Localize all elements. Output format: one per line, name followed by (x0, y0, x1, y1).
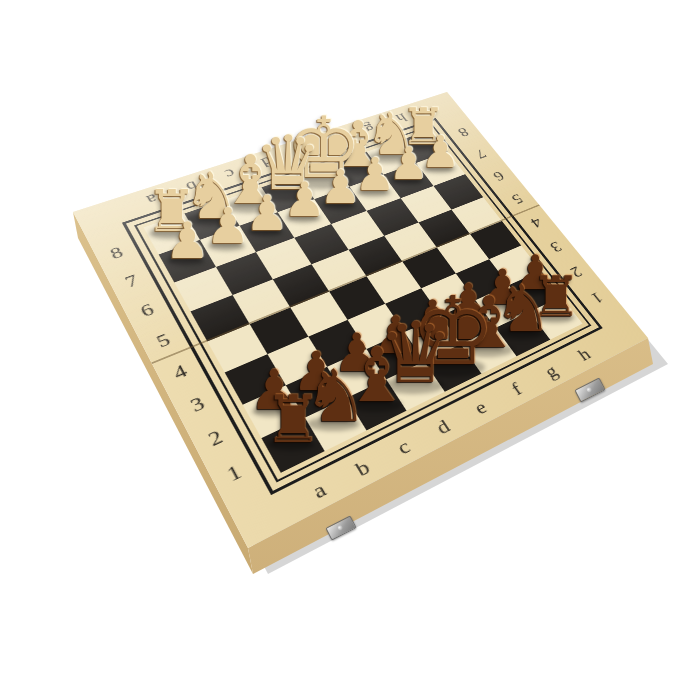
piece-light-pawn-a7[interactable]: ♟ (157, 218, 218, 264)
chess-set-photo: aa88bb77cc66dd55ee44ff33gg22hh11 ♜♞♟♝♟♚♟… (0, 0, 700, 700)
piece-dark-rook-a1[interactable]: ♜ (254, 390, 332, 450)
